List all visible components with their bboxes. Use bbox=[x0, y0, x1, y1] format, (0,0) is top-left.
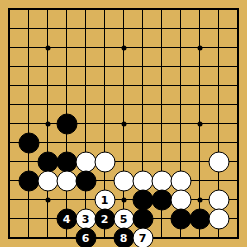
white-stone bbox=[37, 170, 58, 191]
move-4-black-stone: 4 bbox=[56, 208, 77, 229]
move-1-white-stone: 1 bbox=[94, 189, 115, 210]
star-point bbox=[197, 197, 202, 202]
black-stone bbox=[56, 113, 77, 134]
move-number-label: 7 bbox=[139, 232, 147, 243]
star-point bbox=[121, 121, 126, 126]
white-stone bbox=[132, 170, 153, 191]
move-6-black-stone: 6 bbox=[75, 227, 96, 247]
star-point bbox=[197, 121, 202, 126]
move-number-label: 3 bbox=[82, 213, 90, 224]
star-point bbox=[121, 197, 126, 202]
white-stone bbox=[75, 151, 96, 172]
white-stone bbox=[170, 170, 191, 191]
go-board-diagram: 14325687 bbox=[0, 0, 247, 247]
white-stone bbox=[113, 170, 134, 191]
white-stone bbox=[208, 189, 229, 210]
black-stone bbox=[18, 132, 39, 153]
move-number-label: 6 bbox=[82, 232, 90, 243]
white-stone bbox=[208, 151, 229, 172]
white-stone bbox=[56, 170, 77, 191]
star-point bbox=[197, 45, 202, 50]
black-stone bbox=[132, 189, 153, 210]
black-stone bbox=[151, 189, 172, 210]
star-point bbox=[45, 121, 50, 126]
move-number-label: 4 bbox=[63, 213, 71, 224]
grid-line-horizontal bbox=[9, 142, 238, 143]
black-stone bbox=[18, 170, 39, 191]
move-number-label: 8 bbox=[120, 232, 128, 243]
white-stone bbox=[170, 189, 191, 210]
move-8-black-stone: 8 bbox=[113, 227, 134, 247]
move-7-white-stone: 7 bbox=[132, 227, 153, 247]
move-number-label: 1 bbox=[101, 194, 109, 205]
move-5-white-stone: 5 bbox=[113, 208, 134, 229]
white-stone bbox=[94, 151, 115, 172]
black-stone bbox=[132, 208, 153, 229]
star-point bbox=[45, 45, 50, 50]
move-3-white-stone: 3 bbox=[75, 208, 96, 229]
black-stone bbox=[75, 170, 96, 191]
star-point bbox=[45, 197, 50, 202]
move-2-black-stone: 2 bbox=[94, 208, 115, 229]
white-stone bbox=[151, 170, 172, 191]
black-stone bbox=[189, 208, 210, 229]
black-stone bbox=[170, 208, 191, 229]
white-stone bbox=[208, 208, 229, 229]
black-stone bbox=[37, 151, 58, 172]
move-number-label: 2 bbox=[101, 213, 109, 224]
star-point bbox=[121, 45, 126, 50]
black-stone bbox=[56, 151, 77, 172]
move-number-label: 5 bbox=[120, 213, 128, 224]
